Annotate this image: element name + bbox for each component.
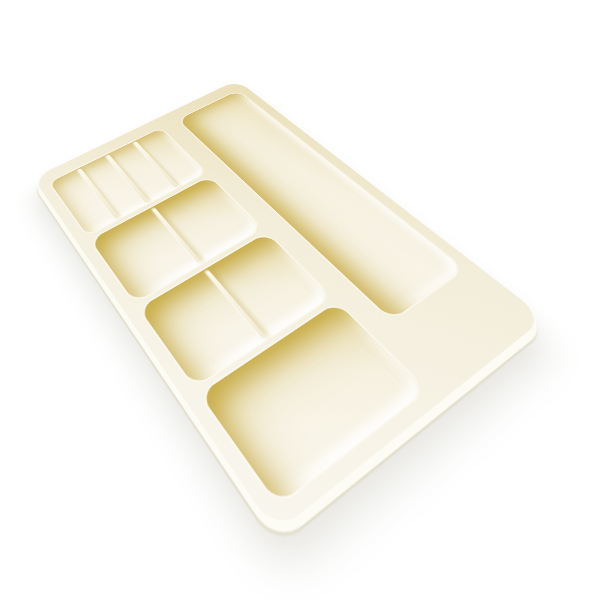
slot-divider-ridge [106,155,150,203]
centre-divider-blade [205,270,265,338]
cutlery-tray [33,80,545,533]
slot-divider-ridge [77,168,119,219]
photo-background [0,0,600,600]
centre-divider-blade [152,208,201,263]
slot-divider-ridge [133,141,178,187]
